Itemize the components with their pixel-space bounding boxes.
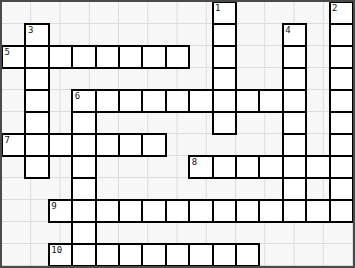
cell-r3c1[interactable] [25,68,48,90]
cell-r2c2[interactable] [49,46,72,68]
cell-r1c9[interactable] [213,24,236,46]
cell-r0c9[interactable]: 1 [213,2,236,24]
cell-r8c3[interactable] [72,178,95,200]
clue-number-10: 10 [51,245,62,255]
cell-r4c12[interactable] [283,90,306,112]
cell-r4c4[interactable] [96,90,119,112]
clue-number-4: 4 [285,25,290,35]
cell-r7c14[interactable] [330,156,353,178]
cell-r1c12[interactable]: 4 [283,24,306,46]
clue-number-5: 5 [5,47,10,57]
cell-r6c1[interactable] [25,134,48,156]
cell-r2c1[interactable] [25,46,48,68]
cell-r6c2[interactable] [49,134,72,156]
cell-r9c12[interactable] [283,200,306,222]
cell-r9c7[interactable] [166,200,189,222]
cell-r9c2[interactable]: 9 [49,200,72,222]
cell-r6c3[interactable] [72,134,95,156]
cell-r7c13[interactable] [306,156,329,178]
cell-r9c4[interactable] [96,200,119,222]
cell-r9c8[interactable] [189,200,212,222]
cell-r6c5[interactable] [119,134,142,156]
cell-r6c0[interactable]: 7 [2,134,25,156]
cell-r11c2[interactable]: 10 [49,244,72,266]
cell-r4c9[interactable] [213,90,236,112]
cell-r2c4[interactable] [96,46,119,68]
crossword-canvas: 12345678910 [0,0,355,268]
crossword-board: 12345678910 [2,2,353,266]
cell-r5c14[interactable] [330,112,353,134]
cell-r11c8[interactable] [189,244,212,266]
clue-number-3: 3 [28,25,33,35]
cell-r0c14[interactable]: 2 [330,2,353,24]
cell-r4c14[interactable] [330,90,353,112]
cell-r11c10[interactable] [236,244,259,266]
cell-r7c3[interactable] [72,156,95,178]
cell-r5c1[interactable] [25,112,48,134]
cell-r9c10[interactable] [236,200,259,222]
cell-r7c8[interactable]: 8 [189,156,212,178]
cell-r11c3[interactable] [72,244,95,266]
cell-r9c5[interactable] [119,200,142,222]
cell-r5c12[interactable] [283,112,306,134]
cell-r6c4[interactable] [96,134,119,156]
cell-r1c1[interactable]: 3 [25,24,48,46]
cell-r9c13[interactable] [306,200,329,222]
cell-r5c3[interactable] [72,112,95,134]
cell-r2c14[interactable] [330,46,353,68]
cell-r2c7[interactable] [166,46,189,68]
cell-r9c9[interactable] [213,200,236,222]
cell-r4c6[interactable] [142,90,165,112]
cell-r2c0[interactable]: 5 [2,46,25,68]
cell-r7c12[interactable] [283,156,306,178]
cell-r11c9[interactable] [213,244,236,266]
cell-r7c1[interactable] [25,156,48,178]
cell-r7c11[interactable] [259,156,282,178]
clue-number-9: 9 [51,201,56,211]
clue-number-1: 1 [215,3,220,13]
cell-r1c14[interactable] [330,24,353,46]
cell-r4c1[interactable] [25,90,48,112]
cell-r2c9[interactable] [213,46,236,68]
cell-r4c8[interactable] [189,90,212,112]
cell-r7c10[interactable] [236,156,259,178]
cell-r2c5[interactable] [119,46,142,68]
cell-r9c14[interactable] [330,200,353,222]
cell-r11c6[interactable] [142,244,165,266]
cell-r9c3[interactable] [72,200,95,222]
cell-r11c5[interactable] [119,244,142,266]
cell-r4c11[interactable] [259,90,282,112]
clue-number-2: 2 [332,3,337,13]
cell-r11c4[interactable] [96,244,119,266]
cell-r4c7[interactable] [166,90,189,112]
cell-r3c14[interactable] [330,68,353,90]
clue-number-8: 8 [192,157,197,167]
cell-r8c12[interactable] [283,178,306,200]
cell-r2c6[interactable] [142,46,165,68]
cell-r6c6[interactable] [142,134,165,156]
cell-r11c7[interactable] [166,244,189,266]
cell-r6c12[interactable] [283,134,306,156]
cell-r3c9[interactable] [213,68,236,90]
cell-r9c11[interactable] [259,200,282,222]
cell-r4c5[interactable] [119,90,142,112]
cell-r9c6[interactable] [142,200,165,222]
cell-r4c3[interactable]: 6 [72,90,95,112]
cell-r3c12[interactable] [283,68,306,90]
clue-number-6: 6 [75,91,80,101]
cell-r6c14[interactable] [330,134,353,156]
cell-r7c9[interactable] [213,156,236,178]
cell-r5c9[interactable] [213,112,236,134]
cell-r2c12[interactable] [283,46,306,68]
cell-r8c14[interactable] [330,178,353,200]
cell-r2c3[interactable] [72,46,95,68]
cell-r4c10[interactable] [236,90,259,112]
cell-r10c3[interactable] [72,222,95,244]
clue-number-7: 7 [5,135,10,145]
